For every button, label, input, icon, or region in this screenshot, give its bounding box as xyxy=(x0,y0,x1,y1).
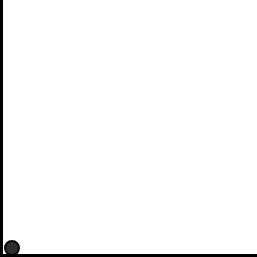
chess-board-widget xyxy=(0,0,257,257)
board xyxy=(13,0,257,244)
file-labels xyxy=(13,244,257,254)
rank-labels xyxy=(3,0,13,244)
black-to-move-indicator xyxy=(4,240,20,256)
